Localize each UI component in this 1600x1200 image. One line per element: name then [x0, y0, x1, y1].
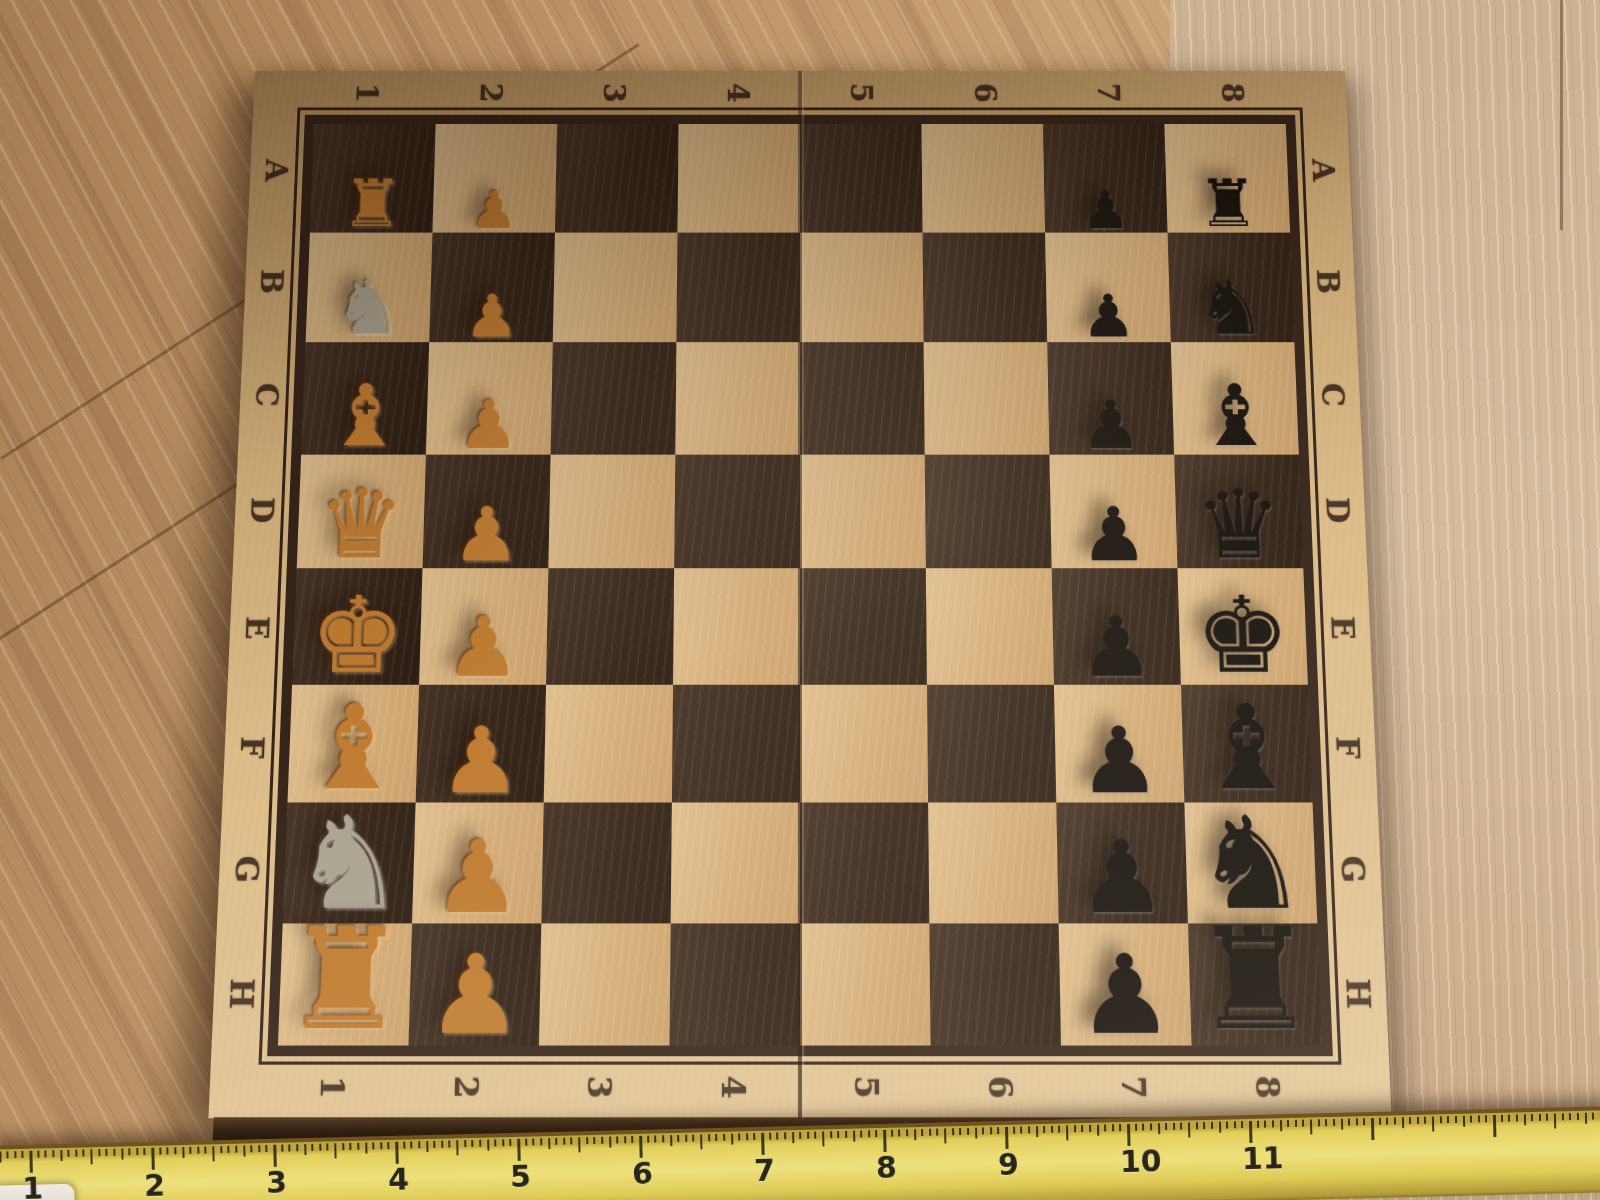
label-slot: H — [1328, 931, 1389, 1056]
tape-tick — [822, 1131, 824, 1146]
tape-tick — [830, 1131, 832, 1138]
square-f5[interactable] — [800, 684, 928, 802]
tape-tick — [693, 1135, 695, 1142]
tape-tick — [1539, 1114, 1541, 1121]
tape-tick — [1417, 1117, 1419, 1124]
tape-tick — [715, 1134, 717, 1141]
piece-white-knight-b1[interactable]: ♞ — [333, 271, 405, 346]
board-corner — [1293, 71, 1347, 115]
square-e2[interactable]: ♟ — [419, 568, 548, 684]
tape-tick — [990, 1127, 992, 1134]
tape-tick — [1211, 1122, 1213, 1129]
rank-label-1: 1 — [350, 83, 385, 103]
square-e5[interactable] — [800, 568, 927, 684]
square-c1[interactable]: ♝ — [301, 342, 429, 454]
label-slot: 1 — [305, 71, 430, 115]
label-slot: 4 — [676, 71, 800, 115]
tape-tick — [365, 1143, 367, 1154]
tape-tick — [144, 1148, 146, 1155]
tape-tick — [1409, 1117, 1411, 1124]
piece-white-pawn-d2[interactable]: ♟ — [451, 497, 521, 572]
tape-tick — [52, 1150, 54, 1157]
tape-tick — [14, 1151, 16, 1158]
file-label-d: D — [1319, 497, 1356, 523]
square-f4[interactable] — [672, 684, 800, 802]
square-b6[interactable] — [923, 232, 1048, 342]
tape-tick — [647, 1136, 649, 1143]
tape-tick — [586, 1137, 588, 1144]
tape-tick — [205, 1146, 207, 1153]
tape-tick — [106, 1149, 108, 1156]
tape-tick — [136, 1148, 138, 1155]
file-label-g: G — [228, 855, 266, 882]
square-h2[interactable]: ♟ — [408, 923, 541, 1046]
tape-tick — [921, 1129, 923, 1136]
tape-tick — [616, 1136, 618, 1143]
tape-tick — [1394, 1117, 1396, 1124]
tape-tick — [1241, 1121, 1243, 1128]
square-a5[interactable] — [800, 124, 923, 232]
tape-tick — [334, 1143, 336, 1158]
square-f6[interactable] — [927, 684, 1056, 802]
rank-label-6: 6 — [981, 1076, 1019, 1099]
file-label-d: D — [244, 497, 281, 523]
piece-white-pawn-b2[interactable]: ♟ — [464, 287, 520, 346]
rank-label-7: 7 — [1115, 1076, 1153, 1099]
label-slot: F — [1318, 687, 1378, 808]
tape-tick — [220, 1146, 222, 1153]
tape-tick — [464, 1140, 466, 1147]
tape-tick — [471, 1140, 473, 1147]
square-c5[interactable] — [800, 342, 925, 454]
tape-tick — [1523, 1114, 1525, 1125]
tape-tick — [75, 1150, 77, 1157]
square-d2[interactable]: ♟ — [423, 454, 551, 568]
tape-tick — [1470, 1116, 1472, 1123]
chess-board: 12345678 ABCDEFGH ♜♟♟♜♞♟♟♞♝♟♟♝♛♟♟♛♚♟♟♚♝♟… — [207, 71, 1393, 1146]
piece-black-pawn-h7[interactable]: ♟ — [1076, 940, 1175, 1050]
tape-tick — [1226, 1122, 1228, 1129]
tape-tick — [929, 1129, 931, 1136]
tape-tick — [670, 1135, 672, 1146]
tape-tick — [243, 1146, 245, 1157]
tape-tick — [342, 1143, 344, 1150]
square-c8[interactable]: ♝ — [1171, 342, 1299, 454]
tape-tick — [654, 1135, 656, 1142]
tape-tick — [235, 1146, 237, 1153]
tape-tick — [1501, 1115, 1503, 1122]
tape-tick — [1569, 1113, 1571, 1120]
tape-tick — [380, 1142, 382, 1149]
tape-tick — [1447, 1116, 1449, 1123]
square-h4[interactable] — [669, 923, 800, 1046]
square-e4[interactable] — [673, 568, 800, 684]
tape-tick — [349, 1143, 351, 1150]
tape-tick — [98, 1149, 100, 1156]
label-slot: 4 — [666, 1056, 800, 1118]
square-d1[interactable]: ♛ — [297, 454, 426, 568]
tape-tick — [426, 1141, 428, 1152]
tape-tick — [1036, 1126, 1038, 1137]
label-slot: F — [222, 687, 282, 808]
tape-tick — [761, 1133, 765, 1155]
square-b4[interactable] — [676, 232, 800, 342]
tape-tick — [1516, 1114, 1518, 1121]
tape-tick — [479, 1140, 481, 1147]
tape-tick — [1272, 1120, 1274, 1127]
square-c3[interactable] — [551, 342, 677, 454]
floor-plank-seam — [1560, 0, 1563, 230]
tape-tick — [121, 1149, 123, 1160]
tape-tick — [632, 1136, 634, 1143]
tape-tick — [113, 1149, 115, 1156]
tape-number-3: 3 — [266, 1165, 288, 1200]
tape-tick — [1074, 1125, 1076, 1132]
label-slot: D — [233, 452, 292, 568]
tape-tick — [1257, 1121, 1259, 1128]
rank-label-3: 3 — [597, 83, 632, 103]
tape-tick — [952, 1128, 954, 1135]
file-label-h: H — [223, 978, 261, 1009]
square-h6[interactable] — [929, 923, 1061, 1046]
tape-tick — [708, 1134, 710, 1141]
tape-tick — [228, 1146, 230, 1153]
label-slot: 1 — [265, 1056, 401, 1118]
square-e8[interactable]: ♚ — [1177, 568, 1307, 684]
tape-tick — [1188, 1122, 1190, 1137]
tape-number-6: 6 — [632, 1156, 654, 1191]
tape-tick — [1508, 1115, 1510, 1122]
tape-tick — [1455, 1116, 1457, 1123]
tape-tick — [388, 1142, 390, 1149]
square-a8[interactable]: ♜ — [1164, 124, 1290, 232]
tape-tick — [982, 1127, 984, 1134]
tape-tick — [1462, 1116, 1464, 1127]
square-b2[interactable]: ♟ — [429, 232, 555, 342]
tape-tick — [1440, 1116, 1442, 1123]
tape-tick — [1165, 1123, 1167, 1130]
square-f1[interactable]: ♝ — [287, 684, 419, 802]
tape-tick — [540, 1138, 542, 1145]
piece-black-knight-b8[interactable]: ♞ — [1196, 271, 1268, 346]
file-label-e: E — [239, 615, 276, 639]
piece-black-pawn-a7[interactable]: ♟ — [1081, 185, 1130, 236]
tape-tick — [1142, 1124, 1144, 1131]
tape-tick — [1561, 1113, 1563, 1120]
tape-tick — [502, 1139, 504, 1146]
label-slot: 2 — [429, 71, 554, 115]
square-b3[interactable] — [553, 232, 678, 342]
square-h3[interactable] — [539, 923, 671, 1046]
square-c2[interactable]: ♟ — [426, 342, 553, 454]
piece-black-queen-d8[interactable]: ♛ — [1194, 477, 1284, 572]
square-a2[interactable]: ♟ — [432, 124, 557, 232]
square-c4[interactable] — [675, 342, 800, 454]
tape-tick — [883, 1130, 887, 1152]
tape-tick — [1135, 1124, 1137, 1131]
label-slot: 6 — [923, 71, 1047, 115]
tape-tick — [487, 1140, 489, 1151]
tape-tick — [372, 1142, 374, 1149]
tape-tick — [571, 1138, 573, 1145]
tape-tick — [258, 1145, 260, 1152]
piece-white-pawn-h2[interactable]: ♟ — [425, 940, 524, 1050]
tape-tick — [1249, 1121, 1253, 1143]
file-label-f: F — [233, 736, 270, 758]
piece-white-pawn-g2[interactable]: ♟ — [432, 827, 523, 927]
rank-label-6: 6 — [968, 83, 1003, 103]
tape-tick — [189, 1147, 191, 1154]
piece-white-queen-d1[interactable]: ♛ — [316, 477, 406, 572]
tape-tick — [601, 1137, 603, 1144]
square-e3[interactable] — [546, 568, 674, 684]
tape-tick — [624, 1136, 626, 1143]
tape-tick — [304, 1144, 306, 1155]
tape-tick — [510, 1139, 512, 1146]
piece-white-bishop-c1[interactable]: ♝ — [324, 373, 405, 458]
piece-white-king-e1[interactable]: ♚ — [308, 583, 407, 689]
label-slot: A — [1295, 115, 1352, 225]
tape-number-1: 1 — [22, 1170, 44, 1200]
square-g4[interactable] — [671, 803, 800, 923]
square-e6[interactable] — [926, 568, 1054, 684]
square-a4[interactable] — [677, 124, 800, 232]
file-label-b: B — [1310, 269, 1346, 294]
file-label-c: C — [1315, 382, 1351, 406]
square-g2[interactable]: ♟ — [412, 803, 544, 923]
tape-tick — [1119, 1124, 1121, 1131]
tape-tick — [1287, 1120, 1289, 1127]
rank-label-8: 8 — [1248, 1076, 1286, 1099]
tape-tick — [1592, 1113, 1594, 1120]
rank-label-5: 5 — [844, 83, 879, 103]
tape-tick — [174, 1147, 176, 1154]
tape-tick — [1058, 1126, 1060, 1133]
square-h8[interactable]: ♜ — [1188, 923, 1322, 1046]
tape-tick — [517, 1139, 521, 1161]
square-e7[interactable]: ♟ — [1052, 568, 1181, 684]
square-a3[interactable] — [555, 124, 679, 232]
tape-tick — [1318, 1119, 1320, 1126]
piece-black-bishop-c8[interactable]: ♝ — [1195, 373, 1276, 458]
square-d6[interactable] — [925, 454, 1052, 568]
tape-number-2: 2 — [144, 1167, 166, 1200]
piece-black-rook-h8[interactable]: ♜ — [1191, 910, 1319, 1050]
square-g6[interactable] — [928, 803, 1058, 923]
board-fold-seam — [798, 71, 802, 1118]
tape-tick — [906, 1129, 908, 1136]
tape-tick — [1546, 1114, 1548, 1121]
label-slot: C — [1304, 337, 1362, 451]
tape-tick — [677, 1135, 679, 1142]
tape-tick — [1531, 1114, 1533, 1121]
tape-tick — [197, 1147, 199, 1154]
tape-tick — [45, 1150, 47, 1157]
tape-tick — [0, 1151, 1, 1162]
rank-label-7: 7 — [1091, 83, 1126, 103]
tape-tick — [723, 1134, 725, 1141]
tape-tick — [67, 1150, 69, 1157]
tape-tick — [1554, 1113, 1556, 1128]
tape-tick — [1577, 1113, 1579, 1120]
tape-tick — [182, 1147, 184, 1158]
tape-tick — [1424, 1117, 1426, 1124]
tape-tick — [319, 1144, 321, 1151]
square-c6[interactable] — [924, 342, 1050, 454]
tape-tick — [418, 1141, 420, 1148]
square-e1[interactable]: ♚ — [292, 568, 422, 684]
square-d5[interactable] — [800, 454, 926, 568]
tape-tick — [403, 1142, 405, 1149]
piece-white-pawn-e2[interactable]: ♟ — [445, 605, 522, 688]
tape-tick — [1584, 1113, 1586, 1124]
tape-tick — [29, 1151, 33, 1173]
label-slot: H — [211, 931, 272, 1056]
tape-tick — [1104, 1124, 1106, 1131]
tape-tick — [1081, 1125, 1083, 1132]
square-g7[interactable]: ♟ — [1056, 803, 1188, 923]
label-slot: 5 — [800, 71, 924, 115]
square-h1[interactable]: ♜ — [278, 923, 412, 1046]
tape-tick — [1043, 1126, 1045, 1133]
tape-tick — [814, 1132, 816, 1139]
tape-tick — [959, 1128, 961, 1135]
square-b8[interactable]: ♞ — [1168, 232, 1295, 342]
tape-tick — [273, 1145, 277, 1167]
rank-label-8: 8 — [1215, 83, 1250, 103]
piece-black-rook-a8[interactable]: ♜ — [1196, 171, 1259, 236]
tape-tick — [753, 1133, 755, 1140]
square-c7[interactable]: ♟ — [1047, 342, 1174, 454]
tape-tick — [128, 1148, 130, 1155]
piece-white-pawn-a2[interactable]: ♟ — [470, 185, 519, 236]
tape-tick — [1005, 1127, 1009, 1149]
square-b7[interactable]: ♟ — [1045, 232, 1171, 342]
piece-white-rook-a1[interactable]: ♜ — [341, 171, 404, 236]
tape-tick — [1493, 1115, 1497, 1137]
tape-tick — [167, 1147, 169, 1154]
tape-tick — [83, 1149, 85, 1156]
square-h5[interactable] — [800, 923, 931, 1046]
square-h7[interactable]: ♟ — [1059, 923, 1192, 1046]
label-slot: 3 — [532, 1056, 666, 1118]
tape-tick — [1295, 1120, 1297, 1127]
tape-tick — [1234, 1121, 1236, 1128]
tape-tick — [853, 1131, 855, 1142]
board-corner — [1333, 1056, 1392, 1118]
square-d4[interactable] — [674, 454, 800, 568]
square-a7[interactable]: ♟ — [1043, 124, 1168, 232]
piece-black-pawn-b7[interactable]: ♟ — [1081, 287, 1137, 346]
rank-label-1: 1 — [314, 1076, 352, 1099]
square-d8[interactable]: ♛ — [1174, 454, 1303, 568]
tape-tick — [1097, 1125, 1099, 1136]
tape-tick — [60, 1150, 62, 1161]
tape-tick — [1356, 1118, 1358, 1125]
tape-tick — [860, 1130, 862, 1137]
square-f2[interactable]: ♟ — [416, 684, 546, 802]
board-corner — [208, 1056, 267, 1118]
tape-tick — [555, 1138, 557, 1145]
label-slot: E — [1313, 568, 1372, 687]
square-d7[interactable]: ♟ — [1049, 454, 1177, 568]
tape-number-7: 7 — [754, 1153, 776, 1188]
square-b5[interactable] — [800, 232, 924, 342]
file-label-f: F — [1329, 736, 1366, 758]
tape-tick — [250, 1145, 252, 1152]
tape-tick — [1157, 1123, 1159, 1134]
tape-tick — [1401, 1117, 1403, 1128]
tape-tick — [37, 1151, 39, 1158]
rank-label-4: 4 — [714, 1076, 752, 1099]
tape-tick — [1028, 1126, 1030, 1133]
tape-tick — [891, 1130, 893, 1137]
tape-tick — [90, 1149, 92, 1164]
piece-black-pawn-g7[interactable]: ♟ — [1077, 827, 1168, 927]
square-f7[interactable]: ♟ — [1054, 684, 1184, 802]
square-a1[interactable]: ♜ — [310, 124, 436, 232]
tape-tick — [799, 1132, 801, 1139]
label-slot: 3 — [552, 71, 676, 115]
tape-tick — [1196, 1122, 1198, 1129]
tape-tick — [807, 1132, 809, 1139]
tape-tick — [266, 1145, 268, 1152]
piece-black-pawn-e7[interactable]: ♟ — [1078, 605, 1155, 688]
piece-black-pawn-f7[interactable]: ♟ — [1077, 715, 1161, 807]
tape-tick — [997, 1127, 999, 1134]
tape-tick — [875, 1130, 877, 1137]
tape-tick — [288, 1144, 290, 1151]
tape-tick — [296, 1144, 298, 1151]
label-slot: B — [243, 225, 300, 337]
tape-tick — [769, 1133, 771, 1140]
piece-white-pawn-c2[interactable]: ♟ — [458, 391, 521, 458]
piece-white-pawn-f2[interactable]: ♟ — [439, 715, 523, 807]
tape-tick — [151, 1148, 155, 1170]
tape-tick — [449, 1141, 451, 1148]
tape-tick — [914, 1129, 916, 1140]
square-g5[interactable] — [800, 803, 929, 923]
label-slot: 8 — [1170, 71, 1295, 115]
file-label-a: A — [259, 159, 295, 181]
file-label-a: A — [1306, 159, 1342, 181]
label-slot: 7 — [1047, 71, 1172, 115]
square-g3[interactable] — [541, 803, 671, 923]
square-a6[interactable] — [921, 124, 1045, 232]
tape-tick — [700, 1134, 702, 1149]
square-f8[interactable]: ♝ — [1181, 684, 1313, 802]
rank-label-5: 5 — [848, 1076, 886, 1099]
piece-black-pawn-d7[interactable]: ♟ — [1079, 497, 1149, 572]
tape-tick — [494, 1139, 496, 1146]
tape-tick — [311, 1144, 313, 1151]
tape-tick — [868, 1130, 870, 1137]
tape-tick — [159, 1148, 161, 1155]
square-d3[interactable] — [548, 454, 675, 568]
square-b1[interactable]: ♞ — [306, 232, 433, 342]
label-slot: B — [1300, 225, 1357, 337]
tape-tick — [936, 1129, 938, 1136]
tape-tick — [6, 1151, 8, 1158]
tape-tick — [1340, 1119, 1342, 1130]
tape-tick — [1173, 1123, 1175, 1130]
tape-tick — [1013, 1127, 1015, 1134]
piece-white-rook-h1[interactable]: ♜ — [281, 910, 409, 1050]
piece-black-pawn-c7[interactable]: ♟ — [1080, 391, 1143, 458]
rank-label-2: 2 — [447, 1076, 485, 1099]
square-f3[interactable] — [544, 684, 673, 802]
piece-black-king-e8[interactable]: ♚ — [1193, 583, 1292, 689]
